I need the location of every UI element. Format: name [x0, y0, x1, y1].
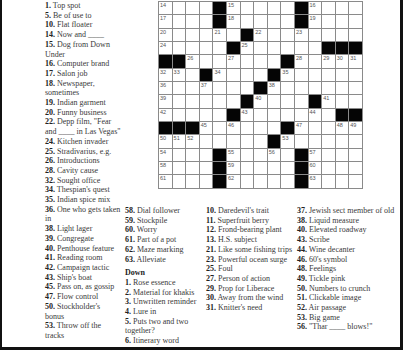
- grid-cell[interactable]: [322, 149, 336, 162]
- grid-cell[interactable]: 19: [309, 15, 323, 28]
- cell-number: 44: [310, 109, 316, 115]
- grid-cell[interactable]: 50: [159, 135, 173, 148]
- grid-cell[interactable]: [322, 82, 336, 95]
- black-cell: [295, 2, 309, 15]
- grid-cell[interactable]: [309, 122, 323, 135]
- clue-item: 13. H.S. subject: [206, 235, 299, 245]
- grid-cell[interactable]: 61: [159, 175, 173, 188]
- clue-item: 27. Person of action: [206, 274, 299, 284]
- grid-cell[interactable]: [349, 162, 363, 175]
- grid-cell[interactable]: [227, 69, 241, 82]
- grid-cell[interactable]: [213, 55, 227, 68]
- clue-item: 10. Flat floater: [45, 20, 121, 30]
- clue-item: 28. Cavity cause: [45, 166, 121, 176]
- grid-cell[interactable]: 29: [322, 55, 336, 68]
- black-cell: [295, 175, 309, 188]
- clue-number: 30.: [206, 293, 216, 302]
- clue-item: 40. Elevated roadway: [297, 225, 399, 235]
- grid-cell[interactable]: [227, 29, 241, 42]
- grid-cell[interactable]: [268, 15, 282, 28]
- cell-number: 50: [160, 135, 166, 141]
- clue-number: 40.: [297, 225, 307, 234]
- grid-cell[interactable]: [349, 15, 363, 28]
- clue-number: 5.: [125, 317, 131, 326]
- clue-item: 31. Knitter's need: [206, 303, 299, 313]
- grid-cell[interactable]: [281, 15, 295, 28]
- grid-cell[interactable]: [241, 149, 255, 162]
- grid-cell[interactable]: [173, 2, 187, 15]
- grid-cell[interactable]: 21: [213, 29, 227, 42]
- grid-cell[interactable]: [268, 175, 282, 188]
- cell-number: 43: [242, 109, 248, 115]
- clue-number: 17.: [45, 69, 55, 78]
- across-clues-column: 1. Top spot5. Be of use to10. Flat float…: [45, 1, 121, 341]
- clue-number: 50.: [297, 284, 307, 293]
- clue-number: 56.: [297, 322, 307, 331]
- clue-number: 42.: [45, 263, 55, 272]
- grid-cell[interactable]: 57: [309, 149, 323, 162]
- grid-cell[interactable]: [200, 29, 214, 42]
- grid-cell[interactable]: 37: [200, 82, 214, 95]
- clue-item: 39. Congregate: [45, 234, 121, 244]
- clue-number: 50.: [45, 302, 55, 311]
- clue-number: 21.: [206, 245, 216, 254]
- bottom-clues-column-3: 37. Jewish sect member of old38. Liquid …: [297, 206, 399, 332]
- grid-cell[interactable]: [309, 82, 323, 95]
- grid-cell[interactable]: [268, 95, 282, 108]
- cell-number: 61: [160, 175, 166, 181]
- black-cell: [173, 122, 187, 135]
- grid-cell[interactable]: [241, 2, 255, 15]
- grid-cell[interactable]: [349, 69, 363, 82]
- grid-cell[interactable]: 36: [159, 82, 173, 95]
- grid-cell[interactable]: [200, 15, 214, 28]
- grid-cell[interactable]: 59: [227, 162, 241, 175]
- grid-cell[interactable]: [254, 55, 268, 68]
- grid-cell[interactable]: [281, 109, 295, 122]
- black-cell: [241, 95, 255, 108]
- grid-cell[interactable]: [295, 69, 309, 82]
- clue-number: 10.: [206, 206, 216, 215]
- cell-number: 47: [296, 122, 302, 128]
- grid-cell[interactable]: 31: [349, 55, 363, 68]
- cell-number: 28: [296, 55, 302, 61]
- grid-cell[interactable]: 26: [186, 55, 200, 68]
- grid-cell[interactable]: [349, 29, 363, 42]
- grid-cell[interactable]: 32: [159, 69, 173, 82]
- grid-cell[interactable]: [281, 95, 295, 108]
- clue-number: 19.: [45, 98, 55, 107]
- clue-item: 1. Top spot: [45, 1, 121, 11]
- grid-cell[interactable]: [322, 15, 336, 28]
- cell-number: 62: [228, 175, 234, 181]
- grid-cell[interactable]: [241, 175, 255, 188]
- clue-item: 45. Pass on, as gossip: [45, 282, 121, 292]
- grid-cell[interactable]: 43: [241, 109, 255, 122]
- grid-cell[interactable]: 60: [309, 162, 323, 175]
- clue-item: 44. Wine decanter: [297, 245, 399, 255]
- grid-cell[interactable]: [241, 82, 255, 95]
- grid-cell[interactable]: [173, 95, 187, 108]
- grid-cell[interactable]: [186, 2, 200, 15]
- clue-item: 50. Numbers to crunch: [297, 284, 399, 294]
- grid-cell[interactable]: [200, 42, 214, 55]
- grid-cell[interactable]: 30: [336, 55, 350, 68]
- grid-cell[interactable]: [322, 135, 336, 148]
- black-cell: [295, 162, 309, 175]
- clue-item: 42. Campaign tactic: [45, 263, 121, 273]
- cell-number: 39: [160, 95, 166, 101]
- grid-cell[interactable]: [322, 109, 336, 122]
- grid-cell[interactable]: [254, 135, 268, 148]
- clue-number: 47.: [45, 292, 55, 301]
- grid-cell[interactable]: 41: [322, 95, 336, 108]
- clue-item: 41. Reading room: [45, 253, 121, 263]
- cell-number: 22: [255, 29, 261, 35]
- bottom-clues-column-2: 10. Daredevil's trait11. Superfruit berr…: [206, 206, 299, 313]
- grid-cell[interactable]: 38: [268, 82, 282, 95]
- grid-cell[interactable]: [186, 69, 200, 82]
- cell-number: 48: [337, 122, 343, 128]
- clue-item: 53. Big game: [297, 313, 399, 323]
- grid-cell[interactable]: [254, 122, 268, 135]
- cell-number: 59: [228, 162, 234, 168]
- grid-cell[interactable]: [336, 82, 350, 95]
- clue-item: 22. Depp film, "Fear and ____ in Las Veg…: [45, 117, 121, 136]
- clue-item: 49. Tickle pink: [297, 274, 399, 284]
- grid-cell[interactable]: [173, 82, 187, 95]
- grid-cell[interactable]: [322, 29, 336, 42]
- grid-cell[interactable]: [349, 82, 363, 95]
- grid-cell[interactable]: [309, 55, 323, 68]
- grid-cell[interactable]: [295, 109, 309, 122]
- grid-cell[interactable]: 48: [336, 122, 350, 135]
- grid-cell[interactable]: [336, 95, 350, 108]
- grid-cell[interactable]: [254, 175, 268, 188]
- grid-cell[interactable]: [200, 175, 214, 188]
- grid-cell[interactable]: 20: [159, 29, 173, 42]
- clue-item: 58. Dial follower: [125, 206, 205, 216]
- grid-cell[interactable]: [173, 42, 187, 55]
- grid-cell[interactable]: [186, 15, 200, 28]
- grid-cell[interactable]: [349, 2, 363, 15]
- cell-number: 51: [174, 135, 180, 141]
- cell-number: 40: [255, 95, 261, 101]
- grid-cell[interactable]: [173, 149, 187, 162]
- grid-cell[interactable]: [281, 2, 295, 15]
- cell-number: 58: [160, 162, 166, 168]
- clue-item: 1. Rose essence: [125, 278, 205, 288]
- grid-cell[interactable]: [281, 82, 295, 95]
- grid-cell[interactable]: [254, 15, 268, 28]
- grid-cell[interactable]: [349, 135, 363, 148]
- clue-number: 6.: [125, 336, 131, 345]
- grid-cell[interactable]: [213, 135, 227, 148]
- cell-number: 49: [350, 122, 356, 128]
- grid-cell[interactable]: [241, 122, 255, 135]
- clue-number: 43.: [297, 235, 307, 244]
- clue-item: 23. Powerful ocean surge: [206, 255, 299, 265]
- black-cell: [268, 69, 282, 82]
- grid-cell[interactable]: 63: [309, 175, 323, 188]
- grid-cell[interactable]: 33: [173, 69, 187, 82]
- black-cell: [254, 82, 268, 95]
- clue-item: 29. Prop for Liberace: [206, 284, 299, 294]
- grid-cell[interactable]: 14: [159, 2, 173, 15]
- grid-cell[interactable]: [281, 162, 295, 175]
- grid-cell[interactable]: 34: [213, 69, 227, 82]
- grid-cell[interactable]: [336, 15, 350, 28]
- black-cell: [227, 42, 241, 55]
- grid-cell[interactable]: [309, 29, 323, 42]
- black-cell: [159, 55, 173, 68]
- grid-cell[interactable]: [173, 175, 187, 188]
- grid-cell[interactable]: [200, 149, 214, 162]
- grid-cell[interactable]: [241, 135, 255, 148]
- grid-cell[interactable]: [241, 15, 255, 28]
- grid-cell[interactable]: [186, 109, 200, 122]
- grid-cell[interactable]: [200, 162, 214, 175]
- cell-number: 32: [160, 69, 166, 75]
- grid-cell[interactable]: 42: [159, 109, 173, 122]
- grid-cell[interactable]: [309, 69, 323, 82]
- grid-cell[interactable]: 22: [254, 29, 268, 42]
- clue-item: 19. Indian garment: [45, 98, 121, 108]
- cell-number: 16: [310, 2, 316, 8]
- clue-item: 12. Frond-bearing plant: [206, 225, 299, 235]
- grid-cell[interactable]: [268, 109, 282, 122]
- grid-cell[interactable]: [173, 29, 187, 42]
- grid-cell[interactable]: [186, 175, 200, 188]
- cell-number: 54: [160, 149, 166, 155]
- grid-cell[interactable]: [213, 42, 227, 55]
- grid-cell[interactable]: [254, 42, 268, 55]
- clue-number: 27.: [206, 274, 216, 283]
- grid-cell[interactable]: 23: [295, 29, 309, 42]
- grid-cell[interactable]: [200, 55, 214, 68]
- grid-cell[interactable]: 47: [295, 122, 309, 135]
- grid-cell[interactable]: [349, 175, 363, 188]
- grid-cell[interactable]: 27: [227, 55, 241, 68]
- black-cell: [295, 149, 309, 162]
- clue-item: 3. Unwritten reminder: [125, 297, 205, 307]
- cell-number: 18: [228, 15, 234, 21]
- grid-cell[interactable]: [322, 122, 336, 135]
- bottom-across-clues: 58. Dial follower59. Stockpile60. Worry6…: [125, 206, 205, 264]
- clue-number: 60.: [125, 225, 135, 234]
- grid-cell[interactable]: [254, 69, 268, 82]
- grid-cell[interactable]: [349, 149, 363, 162]
- clue-number: 12.: [206, 225, 216, 234]
- black-cell: [159, 122, 173, 135]
- cell-number: 41: [323, 95, 329, 101]
- grid-cell[interactable]: [186, 95, 200, 108]
- grid-cell[interactable]: [268, 55, 282, 68]
- grid-cell[interactable]: 51: [173, 135, 187, 148]
- black-cell: [336, 42, 350, 55]
- grid-cell[interactable]: [241, 162, 255, 175]
- down-clues-1-6: 1. Rose essence2. Material for khakis3. …: [125, 278, 205, 346]
- grid-cell[interactable]: [349, 95, 363, 108]
- grid-cell[interactable]: [173, 162, 187, 175]
- grid-cell[interactable]: [309, 42, 323, 55]
- cell-number: 29: [323, 55, 329, 61]
- clue-number: 39.: [45, 234, 55, 243]
- clue-item: 46. 60's symbol: [297, 255, 399, 265]
- grid-cell[interactable]: [281, 42, 295, 55]
- clue-number: 23.: [206, 255, 216, 264]
- grid-cell[interactable]: 35: [281, 69, 295, 82]
- clue-number: 13.: [206, 235, 216, 244]
- cell-number: 37: [201, 82, 207, 88]
- grid-cell[interactable]: [281, 149, 295, 162]
- grid-cell[interactable]: 44: [309, 109, 323, 122]
- clue-number: 34.: [45, 185, 55, 194]
- grid-cell[interactable]: [241, 55, 255, 68]
- clue-item: 10. Daredevil's trait: [206, 206, 299, 216]
- grid-cell[interactable]: [295, 42, 309, 55]
- clue-number: 49.: [297, 274, 307, 283]
- grid-cell[interactable]: [295, 135, 309, 148]
- grid-cell[interactable]: [213, 95, 227, 108]
- grid-cell[interactable]: 46: [227, 122, 241, 135]
- grid-cell[interactable]: [268, 162, 282, 175]
- grid-cell[interactable]: [186, 42, 200, 55]
- grid-cell[interactable]: [268, 42, 282, 55]
- grid-cell[interactable]: [200, 109, 214, 122]
- black-cell: [227, 109, 241, 122]
- clue-number: 22.: [45, 117, 55, 126]
- grid-cell[interactable]: [336, 175, 350, 188]
- grid-cell[interactable]: [241, 69, 255, 82]
- clue-item: 14. Now and ____: [45, 30, 121, 40]
- grid-cell[interactable]: [336, 29, 350, 42]
- grid-cell[interactable]: [186, 162, 200, 175]
- grid-cell[interactable]: [268, 122, 282, 135]
- clue-item: 47. Flow control: [45, 292, 121, 302]
- clue-number: 38.: [45, 224, 55, 233]
- cell-number: 17: [160, 15, 166, 21]
- grid-cell[interactable]: [173, 109, 187, 122]
- clue-item: 21. Like some fishing trips: [206, 245, 299, 255]
- clue-item: 59. Stockpile: [125, 216, 205, 226]
- clue-item: 34. Thespian's quest: [45, 185, 121, 195]
- clue-item: 32. Sought office: [45, 176, 121, 186]
- grid-cell[interactable]: 49: [349, 122, 363, 135]
- grid-cell[interactable]: 24: [159, 42, 173, 55]
- grid-cell[interactable]: [173, 15, 187, 28]
- grid-cell[interactable]: [200, 135, 214, 148]
- grid-cell[interactable]: 15: [227, 2, 241, 15]
- grid-cell[interactable]: [322, 2, 336, 15]
- grid-cell[interactable]: 52: [186, 135, 200, 148]
- grid-cell[interactable]: [186, 82, 200, 95]
- grid-cell[interactable]: [200, 2, 214, 15]
- clue-number: 20.: [45, 108, 55, 117]
- cell-number: 20: [160, 29, 166, 35]
- grid-cell[interactable]: [200, 95, 214, 108]
- grid-cell[interactable]: [281, 29, 295, 42]
- grid-cell[interactable]: 56: [268, 149, 282, 162]
- clue-number: 2.: [125, 288, 131, 297]
- clue-item: 38. Liquid measure: [297, 216, 399, 226]
- grid-cell[interactable]: 39: [159, 95, 173, 108]
- crossword-grid[interactable]: 1415161718192021222324252627282930313233…: [158, 1, 363, 189]
- grid-cell[interactable]: 40: [254, 95, 268, 108]
- clue-number: 15.: [45, 40, 55, 49]
- grid-cell[interactable]: [336, 69, 350, 82]
- grid-cell[interactable]: [186, 29, 200, 42]
- clue-item: 48. Feelings: [297, 264, 399, 274]
- grid-cell[interactable]: [227, 82, 241, 95]
- grid-cell[interactable]: [295, 95, 309, 108]
- grid-cell[interactable]: 25: [241, 42, 255, 55]
- grid-cell[interactable]: [322, 69, 336, 82]
- clue-number: 35.: [45, 195, 55, 204]
- grid-cell[interactable]: [213, 82, 227, 95]
- grid-cell[interactable]: [213, 109, 227, 122]
- clue-number: 25.: [206, 264, 216, 273]
- black-cell: [200, 69, 214, 82]
- clue-item: 51. Clickable image: [297, 293, 399, 303]
- clue-number: 63.: [125, 255, 135, 264]
- grid-cell[interactable]: [281, 175, 295, 188]
- clue-number: 37.: [297, 206, 307, 215]
- grid-cell[interactable]: [295, 82, 309, 95]
- clue-item: 63. Alleviate: [125, 255, 205, 265]
- grid-cell[interactable]: [254, 162, 268, 175]
- grid-cell[interactable]: [213, 122, 227, 135]
- grid-cell[interactable]: [268, 29, 282, 42]
- grid-cell[interactable]: [268, 2, 282, 15]
- grid-cell[interactable]: 55: [227, 149, 241, 162]
- grid-cell[interactable]: 53: [281, 135, 295, 148]
- grid-cell[interactable]: 28: [295, 55, 309, 68]
- clue-item: 56. "Thar ____ blows!": [297, 322, 399, 332]
- black-cell: [281, 122, 295, 135]
- grid-cell[interactable]: 54: [159, 149, 173, 162]
- grid-cell[interactable]: [309, 135, 323, 148]
- grid-cell[interactable]: [227, 135, 241, 148]
- grid-cell[interactable]: [186, 149, 200, 162]
- cell-number: 55: [228, 149, 234, 155]
- grid-cell[interactable]: [227, 95, 241, 108]
- clue-number: 32.: [45, 176, 55, 185]
- grid-cell[interactable]: [254, 2, 268, 15]
- grid-cell[interactable]: 17: [159, 15, 173, 28]
- grid-cell[interactable]: [336, 135, 350, 148]
- cell-number: 63: [310, 175, 316, 181]
- grid-cell[interactable]: 58: [159, 162, 173, 175]
- clue-item: 15. Dog from Down Under: [45, 40, 121, 59]
- grid-cell[interactable]: 16: [309, 2, 323, 15]
- grid-cell[interactable]: [254, 109, 268, 122]
- clue-item: 60. Worry: [125, 225, 205, 235]
- grid-cell[interactable]: [336, 149, 350, 162]
- clue-item: 35. Indian spice mix: [45, 195, 121, 205]
- grid-cell[interactable]: [336, 162, 350, 175]
- grid-cell[interactable]: [322, 175, 336, 188]
- clue-item: 20. Funny business: [45, 108, 121, 118]
- grid-cell[interactable]: 62: [227, 175, 241, 188]
- grid-cell[interactable]: [254, 149, 268, 162]
- cell-number: 25: [242, 42, 248, 48]
- grid-cell[interactable]: 45: [200, 122, 214, 135]
- grid-cell[interactable]: [322, 162, 336, 175]
- down-header: Down: [125, 268, 205, 278]
- grid-cell[interactable]: [336, 2, 350, 15]
- grid-cell[interactable]: 18: [227, 15, 241, 28]
